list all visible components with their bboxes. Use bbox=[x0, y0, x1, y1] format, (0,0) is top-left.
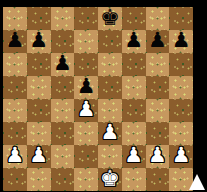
square-h7[interactable]: ♟ bbox=[169, 30, 193, 53]
square-f8[interactable] bbox=[122, 7, 146, 30]
square-d8[interactable] bbox=[74, 7, 98, 30]
square-g6[interactable] bbox=[146, 53, 170, 76]
piece-white-pawn-a2[interactable]: ♟ bbox=[5, 145, 24, 166]
square-h3[interactable] bbox=[169, 122, 193, 145]
square-g7[interactable]: ♟ bbox=[146, 30, 170, 53]
square-c4[interactable] bbox=[51, 99, 75, 122]
piece-black-pawn-g7[interactable]: ♟ bbox=[148, 30, 167, 51]
square-d2[interactable] bbox=[74, 145, 98, 168]
square-b3[interactable] bbox=[27, 122, 51, 145]
square-a5[interactable] bbox=[3, 76, 27, 99]
piece-white-pawn-e3[interactable]: ♟ bbox=[100, 122, 119, 143]
square-h2[interactable]: ♟ bbox=[169, 145, 193, 168]
square-a2[interactable]: ♟ bbox=[3, 145, 27, 168]
square-b7[interactable]: ♟ bbox=[27, 30, 51, 53]
square-h4[interactable] bbox=[169, 99, 193, 122]
square-b1[interactable] bbox=[27, 168, 51, 191]
square-a7[interactable]: ♟ bbox=[3, 30, 27, 53]
square-e5[interactable] bbox=[98, 76, 122, 99]
square-f5[interactable] bbox=[122, 76, 146, 99]
piece-white-pawn-d4[interactable]: ♟ bbox=[77, 99, 96, 120]
piece-white-pawn-g2[interactable]: ♟ bbox=[148, 145, 167, 166]
square-e6[interactable] bbox=[98, 53, 122, 76]
square-f7[interactable]: ♟ bbox=[122, 30, 146, 53]
piece-black-pawn-h7[interactable]: ♟ bbox=[172, 30, 191, 51]
square-c2[interactable] bbox=[51, 145, 75, 168]
square-b6[interactable] bbox=[27, 53, 51, 76]
square-f6[interactable] bbox=[122, 53, 146, 76]
square-d3[interactable] bbox=[74, 122, 98, 145]
piece-black-pawn-c6[interactable]: ♟ bbox=[53, 53, 72, 74]
square-a4[interactable] bbox=[3, 99, 27, 122]
piece-white-pawn-b2[interactable]: ♟ bbox=[29, 145, 48, 166]
square-c7[interactable] bbox=[51, 30, 75, 53]
piece-white-pawn-h2[interactable]: ♟ bbox=[172, 145, 191, 166]
square-d6[interactable] bbox=[74, 53, 98, 76]
white-to-move-indicator bbox=[189, 174, 205, 190]
chess-board: ♚♟♟♟♟♟♟♟♟♟♟♟♟♟♟♚ bbox=[3, 7, 193, 191]
square-c6[interactable]: ♟ bbox=[51, 53, 75, 76]
piece-black-king-e8[interactable]: ♚ bbox=[100, 7, 120, 29]
chess-app-window: ♚♟♟♟♟♟♟♟♟♟♟♟♟♟♟♚ bbox=[0, 0, 207, 192]
square-d1[interactable] bbox=[74, 168, 98, 191]
square-c8[interactable] bbox=[51, 7, 75, 30]
square-e3[interactable]: ♟ bbox=[98, 122, 122, 145]
square-h5[interactable] bbox=[169, 76, 193, 99]
square-b8[interactable] bbox=[27, 7, 51, 30]
square-c1[interactable] bbox=[51, 168, 75, 191]
square-c5[interactable] bbox=[51, 76, 75, 99]
square-h8[interactable] bbox=[169, 7, 193, 30]
square-e8[interactable]: ♚ bbox=[98, 7, 122, 30]
square-g2[interactable]: ♟ bbox=[146, 145, 170, 168]
square-a6[interactable] bbox=[3, 53, 27, 76]
piece-white-king-e1[interactable]: ♚ bbox=[100, 168, 120, 190]
square-f1[interactable] bbox=[122, 168, 146, 191]
square-g4[interactable] bbox=[146, 99, 170, 122]
square-h6[interactable] bbox=[169, 53, 193, 76]
square-e7[interactable] bbox=[98, 30, 122, 53]
square-g5[interactable] bbox=[146, 76, 170, 99]
square-g1[interactable] bbox=[146, 168, 170, 191]
square-b4[interactable] bbox=[27, 99, 51, 122]
square-d5[interactable]: ♟ bbox=[74, 76, 98, 99]
square-f3[interactable] bbox=[122, 122, 146, 145]
square-b2[interactable]: ♟ bbox=[27, 145, 51, 168]
square-e1[interactable]: ♚ bbox=[98, 168, 122, 191]
square-a3[interactable] bbox=[3, 122, 27, 145]
square-d7[interactable] bbox=[74, 30, 98, 53]
piece-black-pawn-d5[interactable]: ♟ bbox=[77, 76, 96, 97]
piece-black-pawn-a7[interactable]: ♟ bbox=[5, 30, 24, 51]
square-g8[interactable] bbox=[146, 7, 170, 30]
piece-white-pawn-f2[interactable]: ♟ bbox=[124, 145, 143, 166]
piece-black-pawn-b7[interactable]: ♟ bbox=[29, 30, 48, 51]
square-g3[interactable] bbox=[146, 122, 170, 145]
square-c3[interactable] bbox=[51, 122, 75, 145]
square-a8[interactable] bbox=[3, 7, 27, 30]
square-f2[interactable]: ♟ bbox=[122, 145, 146, 168]
square-a1[interactable] bbox=[3, 168, 27, 191]
square-b5[interactable] bbox=[27, 76, 51, 99]
square-f4[interactable] bbox=[122, 99, 146, 122]
square-e4[interactable] bbox=[98, 99, 122, 122]
square-d4[interactable]: ♟ bbox=[74, 99, 98, 122]
piece-black-pawn-f7[interactable]: ♟ bbox=[124, 30, 143, 51]
